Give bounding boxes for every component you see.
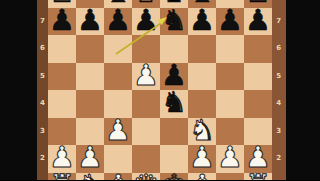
piece-white-king-e1[interactable]: ♚ xyxy=(161,172,187,181)
piece-black-pawn-h7[interactable]: ♟ xyxy=(245,7,271,35)
piece-white-knight-b1[interactable]: ♞ xyxy=(77,172,103,181)
rank-label-right-7: 7 xyxy=(272,8,286,36)
square-e1[interactable]: ♚ xyxy=(160,173,188,181)
piece-black-pawn-a7[interactable]: ♟ xyxy=(49,7,75,35)
square-d7[interactable]: ♟ xyxy=(132,8,160,36)
piece-black-pawn-c7[interactable]: ♟ xyxy=(105,7,131,35)
piece-black-pawn-g7[interactable]: ♟ xyxy=(217,7,243,35)
square-e3[interactable] xyxy=(160,118,188,146)
square-e4[interactable]: ♞ xyxy=(160,90,188,118)
square-d4[interactable] xyxy=(132,90,160,118)
square-d3[interactable] xyxy=(132,118,160,146)
square-h4[interactable] xyxy=(244,90,272,118)
piece-black-knight-e7[interactable]: ♞ xyxy=(161,7,187,35)
square-h7[interactable]: ♟ xyxy=(244,8,272,36)
square-a7[interactable]: ♟ xyxy=(48,8,76,36)
piece-white-rook-a1[interactable]: ♜ xyxy=(49,172,75,181)
rank-labels-right: 87654321 xyxy=(272,0,286,180)
square-b4[interactable] xyxy=(76,90,104,118)
square-h6[interactable] xyxy=(244,35,272,63)
piece-black-knight-e4[interactable]: ♞ xyxy=(161,89,187,117)
square-c6[interactable] xyxy=(104,35,132,63)
rank-label-left-6: 6 xyxy=(37,35,48,63)
square-c1[interactable]: ♝ xyxy=(104,173,132,181)
square-f5[interactable] xyxy=(188,63,216,91)
video-frame: 87654321 ♜♝♛♚♝♜♟♟♟♟♞♟♟♟♟♟♞♟♞♟♟♟♟♟♜♞♝♛♚♝♜… xyxy=(0,0,320,180)
square-a1[interactable]: ♜ xyxy=(48,173,76,181)
rank-labels-left: 87654321 xyxy=(37,0,48,180)
chess-board[interactable]: ♜♝♛♚♝♜♟♟♟♟♞♟♟♟♟♟♞♟♞♟♟♟♟♟♜♞♝♛♚♝♜ xyxy=(48,0,272,180)
piece-black-pawn-d7[interactable]: ♟ xyxy=(133,7,159,35)
piece-white-pawn-c3[interactable]: ♟ xyxy=(105,117,131,145)
square-g2[interactable]: ♟ xyxy=(216,145,244,173)
rank-label-right-8: 8 xyxy=(272,0,286,8)
piece-white-bishop-c1[interactable]: ♝ xyxy=(105,172,131,181)
rank-label-left-8: 8 xyxy=(37,0,48,8)
square-b5[interactable] xyxy=(76,63,104,91)
rank-label-right-1: 1 xyxy=(272,173,286,181)
rank-label-left-4: 4 xyxy=(37,90,48,118)
square-f7[interactable]: ♟ xyxy=(188,8,216,36)
rank-label-left-1: 1 xyxy=(37,173,48,181)
piece-white-rook-h1[interactable]: ♜ xyxy=(245,172,271,181)
square-a6[interactable] xyxy=(48,35,76,63)
square-f1[interactable]: ♝ xyxy=(188,173,216,181)
rank-label-left-2: 2 xyxy=(37,145,48,173)
square-g7[interactable]: ♟ xyxy=(216,8,244,36)
square-h1[interactable]: ♜ xyxy=(244,173,272,181)
piece-black-pawn-f7[interactable]: ♟ xyxy=(189,7,215,35)
rank-label-left-5: 5 xyxy=(37,63,48,91)
square-h5[interactable] xyxy=(244,63,272,91)
square-c7[interactable]: ♟ xyxy=(104,8,132,36)
square-d5[interactable]: ♟ xyxy=(132,63,160,91)
square-g5[interactable] xyxy=(216,63,244,91)
square-d1[interactable]: ♛ xyxy=(132,173,160,181)
square-b1[interactable]: ♞ xyxy=(76,173,104,181)
square-g4[interactable] xyxy=(216,90,244,118)
square-e7[interactable]: ♞ xyxy=(160,8,188,36)
square-b6[interactable] xyxy=(76,35,104,63)
square-a5[interactable] xyxy=(48,63,76,91)
square-c3[interactable]: ♟ xyxy=(104,118,132,146)
piece-white-bishop-f1[interactable]: ♝ xyxy=(189,172,215,181)
rank-label-left-3: 3 xyxy=(37,118,48,146)
square-b7[interactable]: ♟ xyxy=(76,8,104,36)
rank-label-right-3: 3 xyxy=(272,118,286,146)
piece-white-pawn-g2[interactable]: ♟ xyxy=(217,144,243,172)
piece-white-queen-d1[interactable]: ♛ xyxy=(133,172,159,181)
rank-label-right-2: 2 xyxy=(272,145,286,173)
square-g6[interactable] xyxy=(216,35,244,63)
rank-label-left-7: 7 xyxy=(37,8,48,36)
rank-label-right-5: 5 xyxy=(272,63,286,91)
piece-black-pawn-b7[interactable]: ♟ xyxy=(77,7,103,35)
square-a4[interactable] xyxy=(48,90,76,118)
square-c5[interactable] xyxy=(104,63,132,91)
rank-label-right-4: 4 xyxy=(272,90,286,118)
rank-label-right-6: 6 xyxy=(272,35,286,63)
square-f6[interactable] xyxy=(188,35,216,63)
piece-white-pawn-d5[interactable]: ♟ xyxy=(133,62,159,90)
